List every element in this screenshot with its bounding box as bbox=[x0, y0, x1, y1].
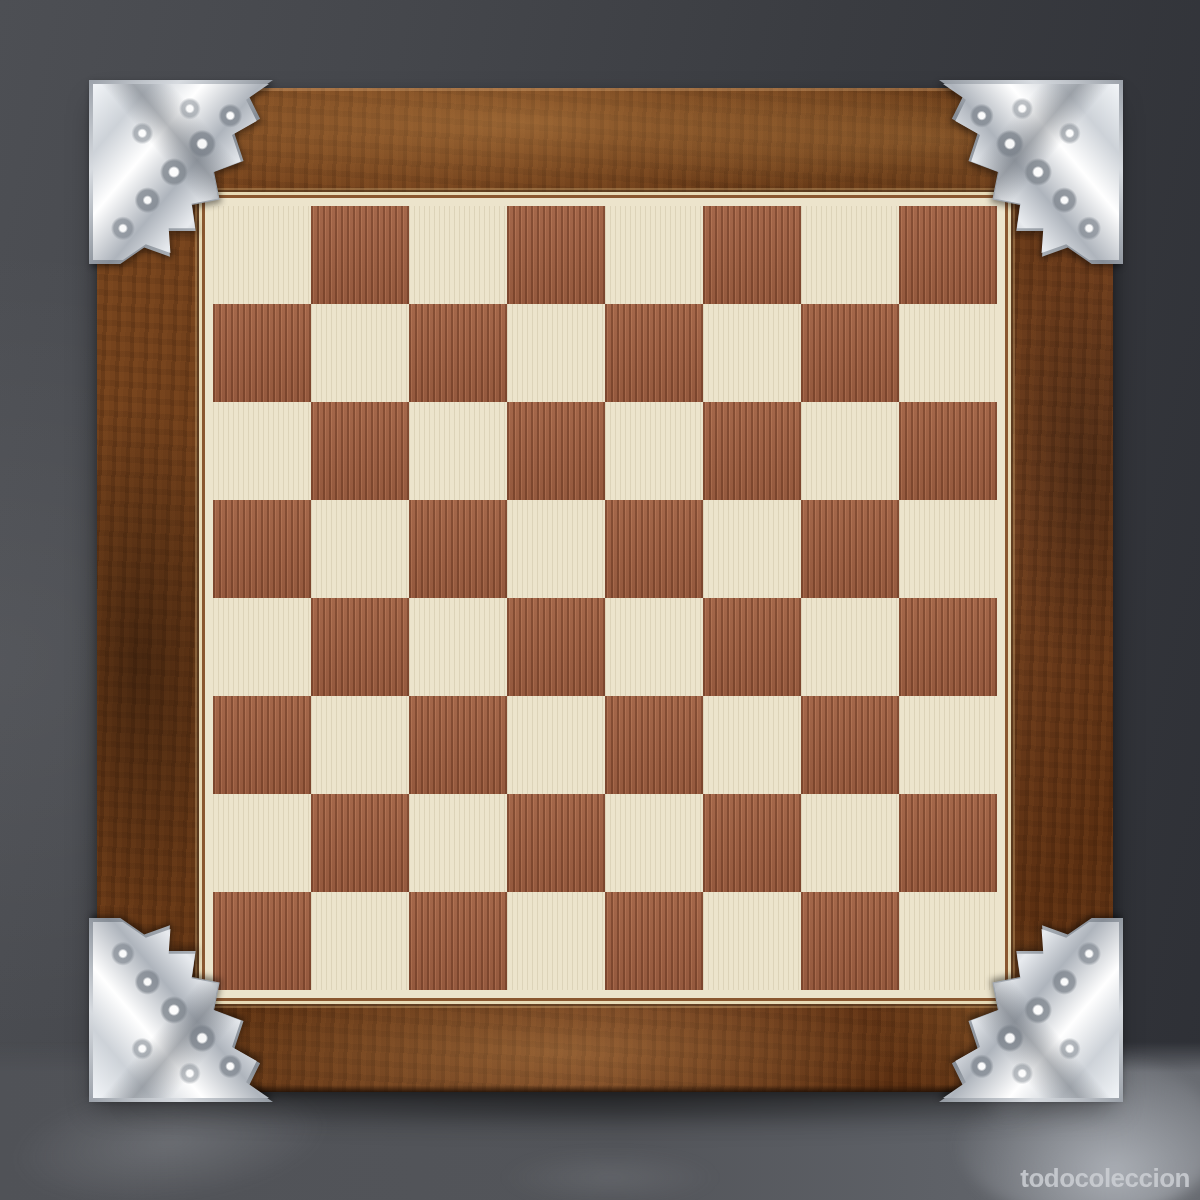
silver-corner-bottom-right bbox=[939, 918, 1123, 1102]
square-f7 bbox=[703, 304, 801, 402]
square-f5 bbox=[703, 500, 801, 598]
square-e2 bbox=[605, 794, 703, 892]
watermark: todocoleccion bbox=[1020, 1163, 1190, 1194]
square-a5 bbox=[213, 500, 311, 598]
square-a7 bbox=[213, 304, 311, 402]
square-a2 bbox=[213, 794, 311, 892]
silver-corner-relief bbox=[943, 922, 1119, 1098]
square-f4 bbox=[703, 598, 801, 696]
square-g4 bbox=[801, 598, 899, 696]
square-c3 bbox=[409, 696, 507, 794]
square-h3 bbox=[899, 696, 997, 794]
square-e3 bbox=[605, 696, 703, 794]
square-c4 bbox=[409, 598, 507, 696]
floor-marble-streak-center bbox=[500, 1150, 720, 1200]
square-d4 bbox=[507, 598, 605, 696]
board-surface bbox=[199, 192, 1011, 1004]
square-f1 bbox=[703, 892, 801, 990]
square-g3 bbox=[801, 696, 899, 794]
square-h5 bbox=[899, 500, 997, 598]
square-e1 bbox=[605, 892, 703, 990]
square-e6 bbox=[605, 402, 703, 500]
square-b6 bbox=[311, 402, 409, 500]
square-d6 bbox=[507, 402, 605, 500]
square-d5 bbox=[507, 500, 605, 598]
square-b1 bbox=[311, 892, 409, 990]
square-g1 bbox=[801, 892, 899, 990]
square-a3 bbox=[213, 696, 311, 794]
silver-corner-top-left bbox=[89, 80, 273, 264]
square-c7 bbox=[409, 304, 507, 402]
square-d1 bbox=[507, 892, 605, 990]
square-b8 bbox=[311, 206, 409, 304]
square-g7 bbox=[801, 304, 899, 402]
square-e7 bbox=[605, 304, 703, 402]
square-g5 bbox=[801, 500, 899, 598]
square-c5 bbox=[409, 500, 507, 598]
square-g8 bbox=[801, 206, 899, 304]
square-e4 bbox=[605, 598, 703, 696]
square-b4 bbox=[311, 598, 409, 696]
square-a4 bbox=[213, 598, 311, 696]
square-d2 bbox=[507, 794, 605, 892]
square-h7 bbox=[899, 304, 997, 402]
silver-corner-relief bbox=[93, 84, 269, 260]
square-f3 bbox=[703, 696, 801, 794]
square-b5 bbox=[311, 500, 409, 598]
square-b3 bbox=[311, 696, 409, 794]
square-f2 bbox=[703, 794, 801, 892]
square-a6 bbox=[213, 402, 311, 500]
square-b2 bbox=[311, 794, 409, 892]
square-h2 bbox=[899, 794, 997, 892]
square-c2 bbox=[409, 794, 507, 892]
square-h6 bbox=[899, 402, 997, 500]
square-g6 bbox=[801, 402, 899, 500]
silver-corner-relief bbox=[93, 922, 269, 1098]
silver-corner-bottom-left bbox=[89, 918, 273, 1102]
square-c8 bbox=[409, 206, 507, 304]
square-c1 bbox=[409, 892, 507, 990]
square-d7 bbox=[507, 304, 605, 402]
square-h4 bbox=[899, 598, 997, 696]
square-b7 bbox=[311, 304, 409, 402]
square-f8 bbox=[703, 206, 801, 304]
square-f6 bbox=[703, 402, 801, 500]
silver-corner-relief bbox=[943, 84, 1119, 260]
square-e8 bbox=[605, 206, 703, 304]
square-d8 bbox=[507, 206, 605, 304]
square-g2 bbox=[801, 794, 899, 892]
chessboard bbox=[213, 206, 997, 990]
silver-corner-top-right bbox=[939, 80, 1123, 264]
square-d3 bbox=[507, 696, 605, 794]
square-e5 bbox=[605, 500, 703, 598]
square-c6 bbox=[409, 402, 507, 500]
